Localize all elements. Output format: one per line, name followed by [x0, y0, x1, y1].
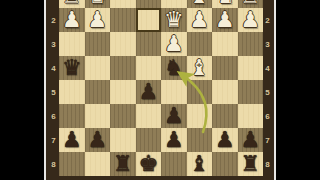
rank-label-left-7: 7 — [48, 128, 60, 152]
black-pawn[interactable]: ♟ — [164, 128, 184, 152]
black-queen[interactable]: ♛ — [62, 56, 82, 80]
square-b3[interactable] — [212, 32, 238, 56]
white-bishop[interactable]: ♝ — [189, 56, 209, 80]
square-d3[interactable]: ♟ — [161, 32, 187, 56]
square-a6[interactable] — [238, 104, 264, 128]
square-g4[interactable] — [85, 56, 111, 80]
square-h5[interactable] — [59, 80, 85, 104]
square-h6[interactable] — [59, 104, 85, 128]
square-e3[interactable] — [136, 32, 162, 56]
square-f8[interactable]: ♜ — [110, 152, 136, 176]
black-pawn[interactable]: ♟ — [164, 104, 184, 128]
square-f2[interactable] — [110, 8, 136, 32]
square-a3[interactable] — [238, 32, 264, 56]
rank-label-right-4: 4 — [262, 56, 274, 80]
black-rook[interactable]: ♜ — [240, 152, 260, 176]
rank-label-left-3: 3 — [48, 32, 60, 56]
square-h8[interactable] — [59, 152, 85, 176]
square-c4[interactable]: ♝ — [187, 56, 213, 80]
rank-label-right-7: 7 — [262, 128, 274, 152]
square-c2[interactable]: ♟ — [187, 8, 213, 32]
square-f1[interactable] — [110, 0, 136, 8]
square-e5[interactable]: ♟ — [136, 80, 162, 104]
square-g5[interactable] — [85, 80, 111, 104]
square-d7[interactable]: ♟ — [161, 128, 187, 152]
black-king[interactable]: ♚ — [138, 152, 158, 176]
rank-label-left-5: 5 — [48, 80, 60, 104]
square-g2[interactable]: ♟ — [85, 8, 111, 32]
square-c5[interactable] — [187, 80, 213, 104]
square-b5[interactable] — [212, 80, 238, 104]
square-f7[interactable] — [110, 128, 136, 152]
rank-label-left-8: 8 — [48, 152, 60, 176]
rank-label-left-6: 6 — [48, 104, 60, 128]
video-thumbnail-frame: ♜♚♝♞♜♟♟♛♟♟♟♟♛♞♝♟♟♟♟♟♟♟♜♚♝♜ 2233445566778… — [0, 0, 320, 180]
rank-label-left-2: 2 — [48, 8, 60, 32]
square-c3[interactable] — [187, 32, 213, 56]
rank-label-right-2: 2 — [262, 8, 274, 32]
square-e1[interactable] — [136, 0, 162, 8]
square-a8[interactable]: ♜ — [238, 152, 264, 176]
black-pawn[interactable]: ♟ — [87, 128, 107, 152]
white-pawn[interactable]: ♟ — [189, 8, 209, 32]
rank-label-right-3: 3 — [262, 32, 274, 56]
square-h3[interactable] — [59, 32, 85, 56]
square-e6[interactable] — [136, 104, 162, 128]
square-d6[interactable]: ♟ — [161, 104, 187, 128]
square-e7[interactable] — [136, 128, 162, 152]
square-f6[interactable] — [110, 104, 136, 128]
square-b8[interactable] — [212, 152, 238, 176]
black-rook[interactable]: ♜ — [113, 152, 133, 176]
chess-board[interactable]: ♜♚♝♞♜♟♟♛♟♟♟♟♛♞♝♟♟♟♟♟♟♟♜♚♝♜ — [59, 0, 263, 176]
rank-label-left-4: 4 — [48, 56, 60, 80]
square-f4[interactable] — [110, 56, 136, 80]
black-pawn[interactable]: ♟ — [215, 128, 235, 152]
square-d5[interactable] — [161, 80, 187, 104]
square-h7[interactable]: ♟ — [59, 128, 85, 152]
square-b6[interactable] — [212, 104, 238, 128]
white-pawn[interactable]: ♟ — [164, 32, 184, 56]
black-pawn[interactable]: ♟ — [62, 128, 82, 152]
square-d2[interactable]: ♛ — [161, 8, 187, 32]
square-d8[interactable] — [161, 152, 187, 176]
square-e4[interactable] — [136, 56, 162, 80]
black-bishop[interactable]: ♝ — [189, 152, 209, 176]
square-a2[interactable]: ♟ — [238, 8, 264, 32]
black-pawn[interactable]: ♟ — [138, 80, 158, 104]
square-a7[interactable]: ♟ — [238, 128, 264, 152]
white-pawn[interactable]: ♟ — [62, 8, 82, 32]
square-g3[interactable] — [85, 32, 111, 56]
square-f3[interactable] — [110, 32, 136, 56]
square-a4[interactable] — [238, 56, 264, 80]
black-pawn[interactable]: ♟ — [240, 128, 260, 152]
square-a5[interactable] — [238, 80, 264, 104]
square-c6[interactable] — [187, 104, 213, 128]
square-h4[interactable]: ♛ — [59, 56, 85, 80]
square-b7[interactable]: ♟ — [212, 128, 238, 152]
square-b2[interactable]: ♟ — [212, 8, 238, 32]
square-b4[interactable] — [212, 56, 238, 80]
square-g8[interactable] — [85, 152, 111, 176]
square-d4[interactable]: ♞ — [161, 56, 187, 80]
square-g7[interactable]: ♟ — [85, 128, 111, 152]
square-h2[interactable]: ♟ — [59, 8, 85, 32]
rank-label-right-6: 6 — [262, 104, 274, 128]
square-g6[interactable] — [85, 104, 111, 128]
rank-label-right-5: 5 — [262, 80, 274, 104]
rank-label-right-8: 8 — [262, 152, 274, 176]
black-knight[interactable]: ♞ — [164, 56, 184, 80]
square-f5[interactable] — [110, 80, 136, 104]
white-pawn[interactable]: ♟ — [215, 8, 235, 32]
white-pawn[interactable]: ♟ — [240, 8, 260, 32]
chess-diagram: ♜♚♝♞♜♟♟♛♟♟♟♟♛♞♝♟♟♟♟♟♟♟♜♚♝♜ 2233445566778… — [44, 0, 276, 180]
white-queen[interactable]: ♛ — [164, 8, 184, 32]
square-e2[interactable] — [136, 8, 162, 32]
square-e8[interactable]: ♚ — [136, 152, 162, 176]
white-pawn[interactable]: ♟ — [87, 8, 107, 32]
square-c8[interactable]: ♝ — [187, 152, 213, 176]
square-c7[interactable] — [187, 128, 213, 152]
